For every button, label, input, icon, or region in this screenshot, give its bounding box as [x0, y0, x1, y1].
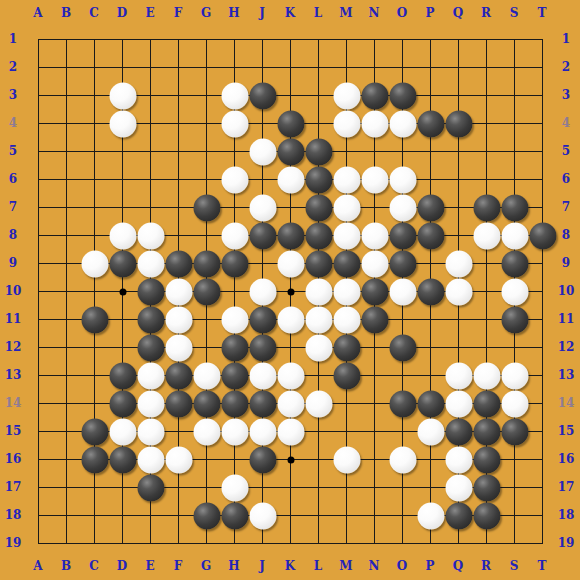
intersection-N7[interactable]: [361, 194, 388, 221]
intersection-P15[interactable]: [417, 418, 444, 445]
intersection-C2[interactable]: [81, 54, 108, 81]
intersection-R12[interactable]: [473, 334, 500, 361]
intersection-B12[interactable]: [53, 334, 80, 361]
intersection-A4[interactable]: [25, 110, 52, 137]
intersection-S13[interactable]: [501, 362, 528, 389]
intersection-T17[interactable]: [529, 474, 556, 501]
intersection-G2[interactable]: [193, 54, 220, 81]
intersection-J13[interactable]: [249, 362, 276, 389]
intersection-J9[interactable]: [249, 250, 276, 277]
intersection-O18[interactable]: [389, 502, 416, 529]
intersection-T6[interactable]: [529, 166, 556, 193]
intersection-L17[interactable]: [305, 474, 332, 501]
intersection-Q9[interactable]: [445, 250, 472, 277]
intersection-N10[interactable]: [361, 278, 388, 305]
intersection-N9[interactable]: [361, 250, 388, 277]
intersection-J15[interactable]: [249, 418, 276, 445]
intersection-S6[interactable]: [501, 166, 528, 193]
intersection-K19[interactable]: [277, 530, 304, 557]
intersection-L3[interactable]: [305, 82, 332, 109]
intersection-S18[interactable]: [501, 502, 528, 529]
intersection-S8[interactable]: [501, 222, 528, 249]
intersection-A7[interactable]: [25, 194, 52, 221]
intersection-H19[interactable]: [221, 530, 248, 557]
intersection-F6[interactable]: [165, 166, 192, 193]
intersection-K6[interactable]: [277, 166, 304, 193]
intersection-O19[interactable]: [389, 530, 416, 557]
intersection-K5[interactable]: [277, 138, 304, 165]
intersection-C3[interactable]: [81, 82, 108, 109]
intersection-K15[interactable]: [277, 418, 304, 445]
intersection-D17[interactable]: [109, 474, 136, 501]
intersection-G15[interactable]: [193, 418, 220, 445]
intersection-F16[interactable]: [165, 446, 192, 473]
intersection-R5[interactable]: [473, 138, 500, 165]
intersection-D18[interactable]: [109, 502, 136, 529]
intersection-D1[interactable]: [109, 26, 136, 53]
intersection-Q15[interactable]: [445, 418, 472, 445]
intersection-N11[interactable]: [361, 306, 388, 333]
intersection-E8[interactable]: [137, 222, 164, 249]
intersection-S11[interactable]: [501, 306, 528, 333]
intersection-R6[interactable]: [473, 166, 500, 193]
intersection-P17[interactable]: [417, 474, 444, 501]
intersection-Q8[interactable]: [445, 222, 472, 249]
intersection-K17[interactable]: [277, 474, 304, 501]
intersection-R16[interactable]: [473, 446, 500, 473]
intersection-T5[interactable]: [529, 138, 556, 165]
intersection-D5[interactable]: [109, 138, 136, 165]
intersection-M17[interactable]: [333, 474, 360, 501]
intersection-Q4[interactable]: [445, 110, 472, 137]
intersection-K2[interactable]: [277, 54, 304, 81]
intersection-M10[interactable]: [333, 278, 360, 305]
intersection-N8[interactable]: [361, 222, 388, 249]
intersection-G11[interactable]: [193, 306, 220, 333]
intersection-C14[interactable]: [81, 390, 108, 417]
intersection-A17[interactable]: [25, 474, 52, 501]
intersection-M19[interactable]: [333, 530, 360, 557]
intersection-D14[interactable]: [109, 390, 136, 417]
intersection-J4[interactable]: [249, 110, 276, 137]
intersection-L11[interactable]: [305, 306, 332, 333]
intersection-H4[interactable]: [221, 110, 248, 137]
intersection-N3[interactable]: [361, 82, 388, 109]
intersection-N14[interactable]: [361, 390, 388, 417]
intersection-A3[interactable]: [25, 82, 52, 109]
intersection-O2[interactable]: [389, 54, 416, 81]
intersection-J18[interactable]: [249, 502, 276, 529]
intersection-A2[interactable]: [25, 54, 52, 81]
intersection-A15[interactable]: [25, 418, 52, 445]
intersection-F19[interactable]: [165, 530, 192, 557]
intersection-B2[interactable]: [53, 54, 80, 81]
intersection-A18[interactable]: [25, 502, 52, 529]
intersection-E17[interactable]: [137, 474, 164, 501]
intersection-K13[interactable]: [277, 362, 304, 389]
intersection-K11[interactable]: [277, 306, 304, 333]
intersection-D3[interactable]: [109, 82, 136, 109]
intersection-K10[interactable]: [277, 278, 304, 305]
intersection-D9[interactable]: [109, 250, 136, 277]
intersection-Q5[interactable]: [445, 138, 472, 165]
intersection-A19[interactable]: [25, 530, 52, 557]
intersection-B9[interactable]: [53, 250, 80, 277]
intersection-D2[interactable]: [109, 54, 136, 81]
intersection-K7[interactable]: [277, 194, 304, 221]
intersection-T9[interactable]: [529, 250, 556, 277]
intersection-M18[interactable]: [333, 502, 360, 529]
intersection-F4[interactable]: [165, 110, 192, 137]
intersection-O13[interactable]: [389, 362, 416, 389]
intersection-Q16[interactable]: [445, 446, 472, 473]
intersection-J10[interactable]: [249, 278, 276, 305]
intersection-N1[interactable]: [361, 26, 388, 53]
intersection-O7[interactable]: [389, 194, 416, 221]
intersection-K9[interactable]: [277, 250, 304, 277]
intersection-S7[interactable]: [501, 194, 528, 221]
intersection-T2[interactable]: [529, 54, 556, 81]
intersection-G3[interactable]: [193, 82, 220, 109]
intersection-M5[interactable]: [333, 138, 360, 165]
intersection-A11[interactable]: [25, 306, 52, 333]
intersection-E4[interactable]: [137, 110, 164, 137]
intersection-D6[interactable]: [109, 166, 136, 193]
intersection-E10[interactable]: [137, 278, 164, 305]
intersection-E7[interactable]: [137, 194, 164, 221]
intersection-B8[interactable]: [53, 222, 80, 249]
intersection-H12[interactable]: [221, 334, 248, 361]
intersection-G7[interactable]: [193, 194, 220, 221]
intersection-H10[interactable]: [221, 278, 248, 305]
intersection-K1[interactable]: [277, 26, 304, 53]
intersection-M11[interactable]: [333, 306, 360, 333]
intersection-K4[interactable]: [277, 110, 304, 137]
intersection-P7[interactable]: [417, 194, 444, 221]
intersection-G10[interactable]: [193, 278, 220, 305]
intersection-G18[interactable]: [193, 502, 220, 529]
intersection-Q6[interactable]: [445, 166, 472, 193]
intersection-H6[interactable]: [221, 166, 248, 193]
intersection-E19[interactable]: [137, 530, 164, 557]
intersection-T1[interactable]: [529, 26, 556, 53]
intersection-S14[interactable]: [501, 390, 528, 417]
intersection-H8[interactable]: [221, 222, 248, 249]
intersection-P2[interactable]: [417, 54, 444, 81]
intersection-F15[interactable]: [165, 418, 192, 445]
intersection-J6[interactable]: [249, 166, 276, 193]
intersection-L2[interactable]: [305, 54, 332, 81]
intersection-R18[interactable]: [473, 502, 500, 529]
intersection-P9[interactable]: [417, 250, 444, 277]
intersection-Q13[interactable]: [445, 362, 472, 389]
intersection-N12[interactable]: [361, 334, 388, 361]
intersection-L7[interactable]: [305, 194, 332, 221]
intersection-B18[interactable]: [53, 502, 80, 529]
intersection-B1[interactable]: [53, 26, 80, 53]
intersection-A10[interactable]: [25, 278, 52, 305]
intersection-N4[interactable]: [361, 110, 388, 137]
intersection-N18[interactable]: [361, 502, 388, 529]
intersection-C17[interactable]: [81, 474, 108, 501]
intersection-E9[interactable]: [137, 250, 164, 277]
intersection-D7[interactable]: [109, 194, 136, 221]
intersection-L16[interactable]: [305, 446, 332, 473]
intersection-Q10[interactable]: [445, 278, 472, 305]
intersection-J5[interactable]: [249, 138, 276, 165]
intersection-G6[interactable]: [193, 166, 220, 193]
intersection-E15[interactable]: [137, 418, 164, 445]
intersection-D10[interactable]: [109, 278, 136, 305]
intersection-P5[interactable]: [417, 138, 444, 165]
intersection-F12[interactable]: [165, 334, 192, 361]
intersection-R3[interactable]: [473, 82, 500, 109]
intersection-B10[interactable]: [53, 278, 80, 305]
intersection-D8[interactable]: [109, 222, 136, 249]
intersection-O10[interactable]: [389, 278, 416, 305]
intersection-B11[interactable]: [53, 306, 80, 333]
intersection-B3[interactable]: [53, 82, 80, 109]
intersection-S4[interactable]: [501, 110, 528, 137]
intersection-P19[interactable]: [417, 530, 444, 557]
intersection-C9[interactable]: [81, 250, 108, 277]
intersection-Q12[interactable]: [445, 334, 472, 361]
intersection-T18[interactable]: [529, 502, 556, 529]
intersection-A5[interactable]: [25, 138, 52, 165]
intersection-S2[interactable]: [501, 54, 528, 81]
intersection-F8[interactable]: [165, 222, 192, 249]
intersection-J16[interactable]: [249, 446, 276, 473]
intersection-M2[interactable]: [333, 54, 360, 81]
intersection-B7[interactable]: [53, 194, 80, 221]
intersection-R17[interactable]: [473, 474, 500, 501]
intersection-S17[interactable]: [501, 474, 528, 501]
intersection-F17[interactable]: [165, 474, 192, 501]
intersection-C5[interactable]: [81, 138, 108, 165]
intersection-G5[interactable]: [193, 138, 220, 165]
intersection-B17[interactable]: [53, 474, 80, 501]
intersection-D15[interactable]: [109, 418, 136, 445]
intersection-M15[interactable]: [333, 418, 360, 445]
intersection-D16[interactable]: [109, 446, 136, 473]
intersection-R10[interactable]: [473, 278, 500, 305]
intersection-M14[interactable]: [333, 390, 360, 417]
intersection-O15[interactable]: [389, 418, 416, 445]
intersection-E6[interactable]: [137, 166, 164, 193]
intersection-H9[interactable]: [221, 250, 248, 277]
intersection-Q2[interactable]: [445, 54, 472, 81]
intersection-T13[interactable]: [529, 362, 556, 389]
intersection-M9[interactable]: [333, 250, 360, 277]
intersection-E1[interactable]: [137, 26, 164, 53]
intersection-L9[interactable]: [305, 250, 332, 277]
intersection-S16[interactable]: [501, 446, 528, 473]
intersection-B4[interactable]: [53, 110, 80, 137]
intersection-P13[interactable]: [417, 362, 444, 389]
intersection-J1[interactable]: [249, 26, 276, 53]
intersection-H14[interactable]: [221, 390, 248, 417]
intersection-F14[interactable]: [165, 390, 192, 417]
intersection-J7[interactable]: [249, 194, 276, 221]
intersection-F2[interactable]: [165, 54, 192, 81]
intersection-O14[interactable]: [389, 390, 416, 417]
intersection-P12[interactable]: [417, 334, 444, 361]
intersection-G12[interactable]: [193, 334, 220, 361]
intersection-G8[interactable]: [193, 222, 220, 249]
intersection-F7[interactable]: [165, 194, 192, 221]
intersection-R13[interactable]: [473, 362, 500, 389]
intersection-R8[interactable]: [473, 222, 500, 249]
intersection-C15[interactable]: [81, 418, 108, 445]
intersection-O17[interactable]: [389, 474, 416, 501]
intersection-E16[interactable]: [137, 446, 164, 473]
intersection-G9[interactable]: [193, 250, 220, 277]
intersection-D13[interactable]: [109, 362, 136, 389]
intersection-R14[interactable]: [473, 390, 500, 417]
intersection-B6[interactable]: [53, 166, 80, 193]
intersection-S9[interactable]: [501, 250, 528, 277]
intersection-Q18[interactable]: [445, 502, 472, 529]
intersection-G17[interactable]: [193, 474, 220, 501]
intersection-H7[interactable]: [221, 194, 248, 221]
intersection-P1[interactable]: [417, 26, 444, 53]
intersection-M3[interactable]: [333, 82, 360, 109]
intersection-G14[interactable]: [193, 390, 220, 417]
intersection-E13[interactable]: [137, 362, 164, 389]
intersection-Q14[interactable]: [445, 390, 472, 417]
intersection-S15[interactable]: [501, 418, 528, 445]
intersection-S12[interactable]: [501, 334, 528, 361]
intersection-T11[interactable]: [529, 306, 556, 333]
intersection-C11[interactable]: [81, 306, 108, 333]
intersection-J8[interactable]: [249, 222, 276, 249]
intersection-B16[interactable]: [53, 446, 80, 473]
intersection-M8[interactable]: [333, 222, 360, 249]
intersection-L13[interactable]: [305, 362, 332, 389]
intersection-Q19[interactable]: [445, 530, 472, 557]
intersection-L14[interactable]: [305, 390, 332, 417]
intersection-P6[interactable]: [417, 166, 444, 193]
intersection-N5[interactable]: [361, 138, 388, 165]
intersection-C19[interactable]: [81, 530, 108, 557]
intersection-C18[interactable]: [81, 502, 108, 529]
intersection-O9[interactable]: [389, 250, 416, 277]
intersection-S10[interactable]: [501, 278, 528, 305]
intersection-O6[interactable]: [389, 166, 416, 193]
intersection-M16[interactable]: [333, 446, 360, 473]
intersection-G4[interactable]: [193, 110, 220, 137]
intersection-C13[interactable]: [81, 362, 108, 389]
intersection-R11[interactable]: [473, 306, 500, 333]
intersection-B14[interactable]: [53, 390, 80, 417]
intersection-L15[interactable]: [305, 418, 332, 445]
intersection-O3[interactable]: [389, 82, 416, 109]
intersection-Q1[interactable]: [445, 26, 472, 53]
intersection-L10[interactable]: [305, 278, 332, 305]
intersection-T3[interactable]: [529, 82, 556, 109]
intersection-J3[interactable]: [249, 82, 276, 109]
intersection-O16[interactable]: [389, 446, 416, 473]
intersection-L18[interactable]: [305, 502, 332, 529]
intersection-C4[interactable]: [81, 110, 108, 137]
intersection-D11[interactable]: [109, 306, 136, 333]
intersection-M7[interactable]: [333, 194, 360, 221]
intersection-J12[interactable]: [249, 334, 276, 361]
intersection-L4[interactable]: [305, 110, 332, 137]
intersection-G16[interactable]: [193, 446, 220, 473]
intersection-E14[interactable]: [137, 390, 164, 417]
intersection-B5[interactable]: [53, 138, 80, 165]
intersection-A12[interactable]: [25, 334, 52, 361]
intersection-B15[interactable]: [53, 418, 80, 445]
intersection-C8[interactable]: [81, 222, 108, 249]
intersection-L6[interactable]: [305, 166, 332, 193]
intersection-C1[interactable]: [81, 26, 108, 53]
intersection-B19[interactable]: [53, 530, 80, 557]
intersection-N6[interactable]: [361, 166, 388, 193]
intersection-M12[interactable]: [333, 334, 360, 361]
intersection-E12[interactable]: [137, 334, 164, 361]
intersection-M1[interactable]: [333, 26, 360, 53]
intersection-R19[interactable]: [473, 530, 500, 557]
intersection-F1[interactable]: [165, 26, 192, 53]
intersection-T4[interactable]: [529, 110, 556, 137]
intersection-T7[interactable]: [529, 194, 556, 221]
intersection-A8[interactable]: [25, 222, 52, 249]
intersection-A9[interactable]: [25, 250, 52, 277]
intersection-N19[interactable]: [361, 530, 388, 557]
intersection-Q11[interactable]: [445, 306, 472, 333]
intersection-F10[interactable]: [165, 278, 192, 305]
intersection-R1[interactable]: [473, 26, 500, 53]
intersection-F11[interactable]: [165, 306, 192, 333]
intersection-H16[interactable]: [221, 446, 248, 473]
intersection-K8[interactable]: [277, 222, 304, 249]
intersection-T19[interactable]: [529, 530, 556, 557]
intersection-P3[interactable]: [417, 82, 444, 109]
intersection-S19[interactable]: [501, 530, 528, 557]
intersection-Q3[interactable]: [445, 82, 472, 109]
intersection-A14[interactable]: [25, 390, 52, 417]
intersection-S5[interactable]: [501, 138, 528, 165]
intersection-D4[interactable]: [109, 110, 136, 137]
intersection-M13[interactable]: [333, 362, 360, 389]
intersection-P14[interactable]: [417, 390, 444, 417]
intersection-O11[interactable]: [389, 306, 416, 333]
intersection-C16[interactable]: [81, 446, 108, 473]
intersection-P18[interactable]: [417, 502, 444, 529]
intersection-T16[interactable]: [529, 446, 556, 473]
intersection-O8[interactable]: [389, 222, 416, 249]
intersection-J17[interactable]: [249, 474, 276, 501]
intersection-O5[interactable]: [389, 138, 416, 165]
intersection-R2[interactable]: [473, 54, 500, 81]
intersection-H15[interactable]: [221, 418, 248, 445]
intersection-F5[interactable]: [165, 138, 192, 165]
intersection-R9[interactable]: [473, 250, 500, 277]
intersection-P16[interactable]: [417, 446, 444, 473]
intersection-B13[interactable]: [53, 362, 80, 389]
intersection-N2[interactable]: [361, 54, 388, 81]
intersection-N15[interactable]: [361, 418, 388, 445]
intersection-M4[interactable]: [333, 110, 360, 137]
intersection-H17[interactable]: [221, 474, 248, 501]
intersection-P4[interactable]: [417, 110, 444, 137]
intersection-K16[interactable]: [277, 446, 304, 473]
intersection-J2[interactable]: [249, 54, 276, 81]
intersection-A6[interactable]: [25, 166, 52, 193]
intersection-K3[interactable]: [277, 82, 304, 109]
